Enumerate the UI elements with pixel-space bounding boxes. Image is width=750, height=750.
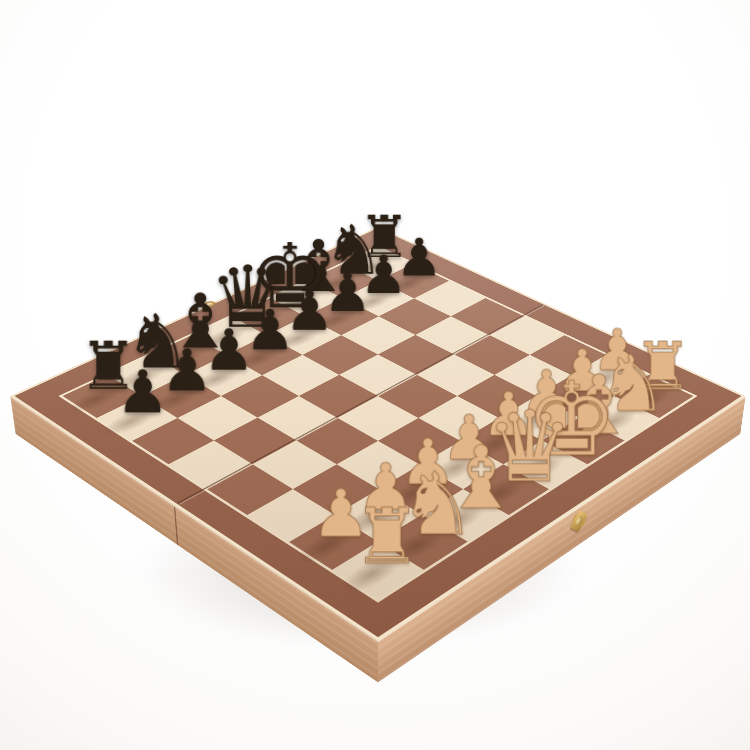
piece-white-rook-a1[interactable]: ♜ [352, 499, 422, 576]
square-a5[interactable] [169, 441, 253, 489]
square-c5[interactable] [257, 396, 337, 441]
piece-black-pawn-a7[interactable]: ♟ [112, 362, 173, 421]
square-a4[interactable] [207, 464, 292, 515]
product-photo: ♜♞♝♛♚♝♞♜♟♟♟♟♟♟♟♟♟♟♟♟♟♟♟♟♜♞♝♛♚♝♞♜ [0, 0, 750, 750]
square-a6[interactable] [132, 418, 214, 465]
square-b6[interactable] [177, 396, 257, 441]
square-b5[interactable] [214, 418, 296, 465]
fold-crack [174, 506, 178, 545]
